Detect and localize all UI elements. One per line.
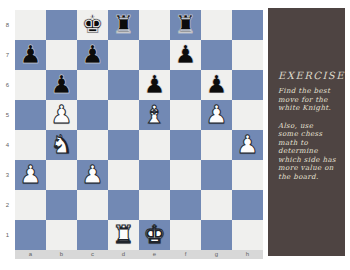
exercise-instruction-2: Also, use some chess math to determine w… [278, 122, 339, 182]
square-g6: ♟ [201, 70, 232, 100]
square-e3 [139, 160, 170, 190]
square-g2 [201, 190, 232, 220]
rank-label-8: 8 [0, 10, 15, 40]
square-a1 [15, 220, 46, 250]
square-b8 [46, 10, 77, 40]
square-h2 [232, 190, 263, 220]
piece-white-pawn: ♟ [236, 132, 258, 157]
piece-white-bishop: ♝ [143, 102, 165, 127]
square-f5 [170, 100, 201, 130]
chess-board: ♚♜♜♟♟♟♟♟♟♟♝♟♞♟♟♟♜♚ [15, 10, 263, 250]
square-a8 [15, 10, 46, 40]
square-c7: ♟ [77, 40, 108, 70]
square-b3 [46, 160, 77, 190]
square-a3: ♟ [15, 160, 46, 190]
square-e4 [139, 130, 170, 160]
file-label-a: a [15, 250, 46, 259]
square-a4 [15, 130, 46, 160]
square-h6 [232, 70, 263, 100]
piece-white-pawn: ♟ [205, 102, 227, 127]
piece-black-rook: ♜ [174, 12, 196, 37]
rank-label-2: 2 [0, 190, 15, 220]
square-f7: ♟ [170, 40, 201, 70]
square-g5: ♟ [201, 100, 232, 130]
file-label-h: h [232, 250, 263, 259]
piece-white-knight: ♞ [50, 132, 72, 157]
square-a6 [15, 70, 46, 100]
piece-black-pawn: ♟ [174, 42, 196, 67]
square-b4: ♞ [46, 130, 77, 160]
square-f3 [170, 160, 201, 190]
file-label-e: e [139, 250, 170, 259]
square-f8: ♜ [170, 10, 201, 40]
piece-black-rook: ♜ [112, 12, 134, 37]
rank-labels: 87654321 [0, 10, 15, 250]
square-d5 [108, 100, 139, 130]
square-h5 [232, 100, 263, 130]
square-b6: ♟ [46, 70, 77, 100]
square-e5: ♝ [139, 100, 170, 130]
piece-white-pawn: ♟ [19, 162, 41, 187]
piece-white-king: ♚ [143, 222, 165, 247]
square-d2 [108, 190, 139, 220]
square-h7 [232, 40, 263, 70]
piece-black-pawn: ♟ [19, 42, 41, 67]
square-d3 [108, 160, 139, 190]
file-label-g: g [201, 250, 232, 259]
square-e2 [139, 190, 170, 220]
piece-black-pawn: ♟ [81, 42, 103, 67]
square-b2 [46, 190, 77, 220]
square-a2 [15, 190, 46, 220]
rank-label-6: 6 [0, 70, 15, 100]
square-g7 [201, 40, 232, 70]
square-d4 [108, 130, 139, 160]
file-label-c: c [77, 250, 108, 259]
piece-white-pawn: ♟ [81, 162, 103, 187]
square-c3: ♟ [77, 160, 108, 190]
file-label-b: b [46, 250, 77, 259]
file-label-d: d [108, 250, 139, 259]
square-c8: ♚ [77, 10, 108, 40]
piece-black-pawn: ♟ [205, 72, 227, 97]
exercise-title: EXERCISE [278, 70, 339, 81]
rank-label-1: 1 [0, 220, 15, 250]
piece-black-pawn: ♟ [50, 72, 72, 97]
square-c5 [77, 100, 108, 130]
square-c6 [77, 70, 108, 100]
square-e6: ♟ [139, 70, 170, 100]
rank-label-3: 3 [0, 160, 15, 190]
square-h3 [232, 160, 263, 190]
square-d7 [108, 40, 139, 70]
square-a7: ♟ [15, 40, 46, 70]
piece-black-king: ♚ [81, 12, 103, 37]
rank-label-4: 4 [0, 130, 15, 160]
square-h8 [232, 10, 263, 40]
square-e7 [139, 40, 170, 70]
square-e8 [139, 10, 170, 40]
exercise-instruction-1: Find the best move for the white Knight. [278, 87, 339, 113]
rank-label-7: 7 [0, 40, 15, 70]
rank-label-5: 5 [0, 100, 15, 130]
square-g1 [201, 220, 232, 250]
piece-black-pawn: ♟ [143, 72, 165, 97]
square-c1 [77, 220, 108, 250]
square-d8: ♜ [108, 10, 139, 40]
square-b5: ♟ [46, 100, 77, 130]
square-e1: ♚ [139, 220, 170, 250]
square-h1 [232, 220, 263, 250]
square-g3 [201, 160, 232, 190]
piece-white-pawn: ♟ [50, 102, 72, 127]
square-g8 [201, 10, 232, 40]
square-f4 [170, 130, 201, 160]
square-c2 [77, 190, 108, 220]
square-c4 [77, 130, 108, 160]
square-f1 [170, 220, 201, 250]
exercise-sidebar: EXERCISE Find the best move for the whit… [268, 8, 345, 256]
square-f2 [170, 190, 201, 220]
file-label-f: f [170, 250, 201, 259]
square-d1: ♜ [108, 220, 139, 250]
square-b1 [46, 220, 77, 250]
square-b7 [46, 40, 77, 70]
square-f6 [170, 70, 201, 100]
square-h4: ♟ [232, 130, 263, 160]
square-a5 [15, 100, 46, 130]
chess-worksheet: 87654321 ♚♜♜♟♟♟♟♟♟♟♝♟♞♟♟♟♜♚ abcdefgh EXE… [0, 0, 350, 270]
piece-white-rook: ♜ [112, 222, 134, 247]
square-g4 [201, 130, 232, 160]
file-labels: abcdefgh [15, 250, 263, 259]
square-d6 [108, 70, 139, 100]
